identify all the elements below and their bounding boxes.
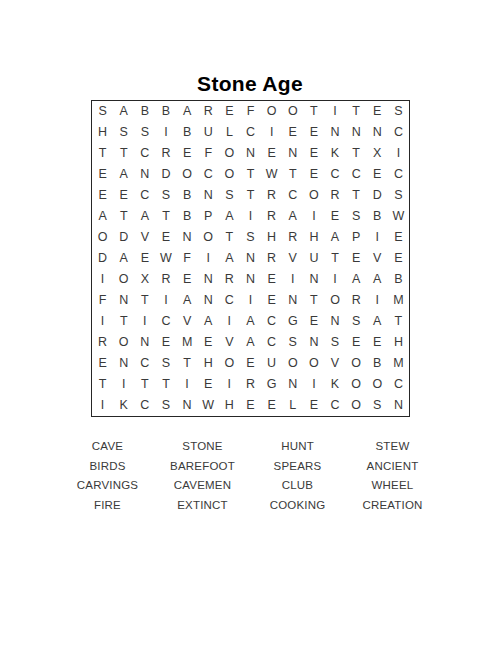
grid-cell-r7c6: O bbox=[198, 227, 219, 248]
grid-cell-r2c1: H bbox=[92, 122, 113, 143]
grid-cell-r13c9: U bbox=[261, 353, 282, 374]
grid-cell-r4c15: C bbox=[388, 164, 409, 185]
grid-cell-r14c15: C bbox=[388, 374, 409, 395]
grid-cell-r1c2: A bbox=[113, 101, 134, 122]
grid-cell-r11c4: C bbox=[155, 311, 176, 332]
grid-cell-r3c8: N bbox=[240, 143, 261, 164]
grid-cell-r9c6: N bbox=[198, 269, 219, 290]
word-item: BIRDS bbox=[60, 457, 155, 477]
grid-cell-r9c15: B bbox=[388, 269, 409, 290]
grid-cell-r3c11: E bbox=[303, 143, 324, 164]
grid-cell-r9c7: R bbox=[219, 269, 240, 290]
word-item: BAREFOOT bbox=[155, 457, 250, 477]
grid-cell-r3c4: R bbox=[155, 143, 176, 164]
grid-cell-r1c7: E bbox=[219, 101, 240, 122]
grid-cell-r15c4: S bbox=[155, 395, 176, 416]
grid-cell-r5c1: E bbox=[92, 185, 113, 206]
grid-cell-r5c8: T bbox=[240, 185, 261, 206]
grid-cell-r5c11: O bbox=[303, 185, 324, 206]
grid-cell-r9c12: I bbox=[324, 269, 345, 290]
grid-cell-r2c10: E bbox=[282, 122, 303, 143]
grid-cell-r13c1: E bbox=[92, 353, 113, 374]
grid-cell-r9c4: R bbox=[155, 269, 176, 290]
grid-cell-r5c7: S bbox=[219, 185, 240, 206]
grid-cell-r8c12: T bbox=[324, 248, 345, 269]
grid-cell-r15c5: N bbox=[177, 395, 198, 416]
grid-cell-r14c1: T bbox=[92, 374, 113, 395]
grid-cell-r7c2: D bbox=[113, 227, 134, 248]
word-item: CARVINGS bbox=[60, 476, 155, 496]
grid-cell-r14c5: I bbox=[177, 374, 198, 395]
grid-cell-r4c13: C bbox=[346, 164, 367, 185]
grid-cell-r8c2: A bbox=[113, 248, 134, 269]
grid-cell-r10c8: I bbox=[240, 290, 261, 311]
grid-cell-r12c5: M bbox=[177, 332, 198, 353]
grid-cell-r10c9: E bbox=[261, 290, 282, 311]
grid-cell-r13c7: O bbox=[219, 353, 240, 374]
grid-cell-r15c1: I bbox=[92, 395, 113, 416]
wordsearch-grid: SABBAREFOOTITESHSSIBULCIEENNNCTTCREFONEN… bbox=[91, 100, 410, 417]
grid-cell-r1c10: O bbox=[282, 101, 303, 122]
word-list-column-4: STEWANCIENTWHEELCREATION bbox=[345, 437, 440, 515]
grid-cell-r14c3: T bbox=[134, 374, 155, 395]
grid-cell-r13c2: N bbox=[113, 353, 134, 374]
grid-cell-r10c11: T bbox=[303, 290, 324, 311]
grid-cell-r8c6: I bbox=[198, 248, 219, 269]
grid-cell-r10c15: M bbox=[388, 290, 409, 311]
grid-cell-r11c10: G bbox=[282, 311, 303, 332]
grid-cell-r13c14: B bbox=[367, 353, 388, 374]
grid-cell-r13c4: S bbox=[155, 353, 176, 374]
grid-cell-r8c15: E bbox=[388, 248, 409, 269]
grid-cell-r12c9: C bbox=[261, 332, 282, 353]
grid-cell-r2c6: U bbox=[198, 122, 219, 143]
grid-cell-r13c8: E bbox=[240, 353, 261, 374]
grid-cell-r2c8: C bbox=[240, 122, 261, 143]
grid-cell-r5c10: C bbox=[282, 185, 303, 206]
grid-cell-r15c15: N bbox=[388, 395, 409, 416]
grid-cell-r2c11: E bbox=[303, 122, 324, 143]
grid-cell-r7c11: H bbox=[303, 227, 324, 248]
grid-cell-r12c1: R bbox=[92, 332, 113, 353]
grid-cell-r12c13: E bbox=[346, 332, 367, 353]
grid-cell-r14c8: R bbox=[240, 374, 261, 395]
grid-cell-r12c11: N bbox=[303, 332, 324, 353]
grid-cell-r7c3: V bbox=[134, 227, 155, 248]
grid-cell-r8c14: V bbox=[367, 248, 388, 269]
grid-cell-r12c15: H bbox=[388, 332, 409, 353]
grid-cell-r6c11: I bbox=[303, 206, 324, 227]
grid-cell-r4c12: C bbox=[324, 164, 345, 185]
grid-cell-r15c11: E bbox=[303, 395, 324, 416]
grid-cell-r13c13: O bbox=[346, 353, 367, 374]
word-item: COOKING bbox=[250, 496, 345, 516]
grid-cell-r11c7: I bbox=[219, 311, 240, 332]
grid-cell-r13c15: M bbox=[388, 353, 409, 374]
word-item: CLUB bbox=[250, 476, 345, 496]
grid-cell-r4c8: T bbox=[240, 164, 261, 185]
grid-cell-r14c2: I bbox=[113, 374, 134, 395]
grid-cell-r8c3: E bbox=[134, 248, 155, 269]
grid-cell-r11c6: A bbox=[198, 311, 219, 332]
grid-cell-r9c5: E bbox=[177, 269, 198, 290]
grid-cell-r3c15: I bbox=[388, 143, 409, 164]
word-item: HUNT bbox=[250, 437, 345, 457]
grid-cell-r2c7: L bbox=[219, 122, 240, 143]
grid-cell-r7c15: E bbox=[388, 227, 409, 248]
grid-cell-r13c3: C bbox=[134, 353, 155, 374]
grid-cell-r6c13: S bbox=[346, 206, 367, 227]
grid-cell-r11c5: V bbox=[177, 311, 198, 332]
grid-cell-r10c12: O bbox=[324, 290, 345, 311]
grid-cell-r2c14: N bbox=[367, 122, 388, 143]
grid-cell-r3c14: X bbox=[367, 143, 388, 164]
grid-cell-r14c4: T bbox=[155, 374, 176, 395]
grid-cell-r8c7: A bbox=[219, 248, 240, 269]
grid-cell-r10c1: F bbox=[92, 290, 113, 311]
grid-cell-r14c14: O bbox=[367, 374, 388, 395]
grid-cell-r6c9: R bbox=[261, 206, 282, 227]
grid-cell-r8c9: R bbox=[261, 248, 282, 269]
grid-cell-r2c3: S bbox=[134, 122, 155, 143]
grid-cell-r1c14: E bbox=[367, 101, 388, 122]
word-item: WHEEL bbox=[345, 476, 440, 496]
grid-cell-r12c7: V bbox=[219, 332, 240, 353]
grid-cell-r6c2: T bbox=[113, 206, 134, 227]
word-item: EXTINCT bbox=[155, 496, 250, 516]
grid-cell-r6c4: T bbox=[155, 206, 176, 227]
grid-cell-r2c13: N bbox=[346, 122, 367, 143]
grid-cell-r15c14: S bbox=[367, 395, 388, 416]
grid-cell-r12c4: E bbox=[155, 332, 176, 353]
grid-cell-r5c4: S bbox=[155, 185, 176, 206]
grid-cell-r4c6: C bbox=[198, 164, 219, 185]
grid-cell-r7c9: H bbox=[261, 227, 282, 248]
grid-cell-r9c10: I bbox=[282, 269, 303, 290]
grid-cell-r11c14: A bbox=[367, 311, 388, 332]
grid-cell-r1c11: T bbox=[303, 101, 324, 122]
grid-cell-r14c12: K bbox=[324, 374, 345, 395]
grid-cell-r4c1: E bbox=[92, 164, 113, 185]
grid-cell-r3c1: T bbox=[92, 143, 113, 164]
grid-cell-r9c3: X bbox=[134, 269, 155, 290]
grid-cell-r7c1: O bbox=[92, 227, 113, 248]
grid-cell-r3c9: E bbox=[261, 143, 282, 164]
grid-cell-r12c12: S bbox=[324, 332, 345, 353]
grid-cell-r12c8: A bbox=[240, 332, 261, 353]
grid-cell-r13c6: H bbox=[198, 353, 219, 374]
grid-cell-r1c15: S bbox=[388, 101, 409, 122]
grid-cell-r2c9: I bbox=[261, 122, 282, 143]
grid-cell-r11c2: T bbox=[113, 311, 134, 332]
grid-cell-r14c11: I bbox=[303, 374, 324, 395]
grid-cell-r4c10: T bbox=[282, 164, 303, 185]
grid-cell-r8c8: N bbox=[240, 248, 261, 269]
grid-cell-r7c12: A bbox=[324, 227, 345, 248]
grid-cell-r5c3: C bbox=[134, 185, 155, 206]
grid-cell-r10c7: C bbox=[219, 290, 240, 311]
grid-cell-r15c9: E bbox=[261, 395, 282, 416]
puzzle-title: Stone Age bbox=[0, 72, 500, 96]
grid-cell-r10c10: N bbox=[282, 290, 303, 311]
grid-cell-r1c9: O bbox=[261, 101, 282, 122]
grid-cell-r7c8: S bbox=[240, 227, 261, 248]
word-list-column-2: STONEBAREFOOTCAVEMENEXTINCT bbox=[155, 437, 250, 515]
grid-cell-r3c12: K bbox=[324, 143, 345, 164]
grid-cell-r6c12: E bbox=[324, 206, 345, 227]
grid-cell-r6c10: A bbox=[282, 206, 303, 227]
grid-cell-r5c5: B bbox=[177, 185, 198, 206]
grid-cell-r6c7: A bbox=[219, 206, 240, 227]
grid-cell-r4c5: O bbox=[177, 164, 198, 185]
grid-cell-r10c14: I bbox=[367, 290, 388, 311]
grid-cell-r15c3: C bbox=[134, 395, 155, 416]
grid-cell-r13c11: O bbox=[303, 353, 324, 374]
grid-cell-r1c3: B bbox=[134, 101, 155, 122]
grid-cell-r11c3: I bbox=[134, 311, 155, 332]
grid-cell-r6c1: A bbox=[92, 206, 113, 227]
grid-cell-r7c7: T bbox=[219, 227, 240, 248]
grid-cell-r9c13: A bbox=[346, 269, 367, 290]
grid-cell-r12c10: S bbox=[282, 332, 303, 353]
grid-cell-r15c12: C bbox=[324, 395, 345, 416]
grid-cell-r12c2: O bbox=[113, 332, 134, 353]
grid-cell-r6c6: P bbox=[198, 206, 219, 227]
grid-cell-r15c6: W bbox=[198, 395, 219, 416]
grid-cell-r4c3: N bbox=[134, 164, 155, 185]
grid-cell-r2c4: I bbox=[155, 122, 176, 143]
word-item: FIRE bbox=[60, 496, 155, 516]
grid-cell-r8c13: E bbox=[346, 248, 367, 269]
grid-cell-r4c11: E bbox=[303, 164, 324, 185]
grid-cell-r5c14: D bbox=[367, 185, 388, 206]
grid-cell-r14c7: I bbox=[219, 374, 240, 395]
grid-cell-r8c1: D bbox=[92, 248, 113, 269]
grid-cell-r10c5: A bbox=[177, 290, 198, 311]
grid-cell-r13c10: O bbox=[282, 353, 303, 374]
word-list-column-3: HUNTSPEARSCLUBCOOKING bbox=[250, 437, 345, 515]
grid-cell-r15c2: K bbox=[113, 395, 134, 416]
word-item: STEW bbox=[345, 437, 440, 457]
grid-cell-r8c4: W bbox=[155, 248, 176, 269]
grid-cell-r10c3: T bbox=[134, 290, 155, 311]
grid-cell-r15c7: H bbox=[219, 395, 240, 416]
grid-cell-r1c6: R bbox=[198, 101, 219, 122]
grid-cell-r8c10: V bbox=[282, 248, 303, 269]
grid-cell-r6c5: B bbox=[177, 206, 198, 227]
grid-cell-r11c13: S bbox=[346, 311, 367, 332]
grid-cell-r15c13: O bbox=[346, 395, 367, 416]
grid-cell-r2c2: S bbox=[113, 122, 134, 143]
grid-cell-r1c4: B bbox=[155, 101, 176, 122]
grid-cell-r10c2: N bbox=[113, 290, 134, 311]
grid-cell-r11c9: C bbox=[261, 311, 282, 332]
grid-cell-r14c10: N bbox=[282, 374, 303, 395]
grid-cell-r13c5: T bbox=[177, 353, 198, 374]
grid-cell-r5c2: E bbox=[113, 185, 134, 206]
grid-cell-r11c15: T bbox=[388, 311, 409, 332]
grid-cell-r6c3: A bbox=[134, 206, 155, 227]
grid-cell-r5c6: N bbox=[198, 185, 219, 206]
word-item: CAVE bbox=[60, 437, 155, 457]
grid-cell-r7c14: I bbox=[367, 227, 388, 248]
grid-cell-r9c1: I bbox=[92, 269, 113, 290]
grid-cell-r9c8: N bbox=[240, 269, 261, 290]
word-item: ANCIENT bbox=[345, 457, 440, 477]
grid-cell-r14c13: O bbox=[346, 374, 367, 395]
grid-cell-r3c5: E bbox=[177, 143, 198, 164]
grid-cell-r11c1: I bbox=[92, 311, 113, 332]
grid-cell-r14c6: E bbox=[198, 374, 219, 395]
grid-cell-r2c12: N bbox=[324, 122, 345, 143]
grid-cell-r9c11: N bbox=[303, 269, 324, 290]
word-item: SPEARS bbox=[250, 457, 345, 477]
grid-cell-r13c12: V bbox=[324, 353, 345, 374]
grid-cell-r6c8: I bbox=[240, 206, 261, 227]
grid-cell-r6c15: W bbox=[388, 206, 409, 227]
grid-cell-r4c14: E bbox=[367, 164, 388, 185]
grid-cell-r3c13: T bbox=[346, 143, 367, 164]
grid-cell-r5c9: R bbox=[261, 185, 282, 206]
grid-cell-r4c9: W bbox=[261, 164, 282, 185]
grid-cell-r15c8: E bbox=[240, 395, 261, 416]
grid-cell-r1c12: I bbox=[324, 101, 345, 122]
puzzle-page: Stone Age SABBAREFOOTITESHSSIBULCIEENNNC… bbox=[0, 0, 500, 647]
grid-cell-r3c10: N bbox=[282, 143, 303, 164]
grid-cell-r4c7: O bbox=[219, 164, 240, 185]
grid-cell-r10c4: I bbox=[155, 290, 176, 311]
grid-cell-r12c14: E bbox=[367, 332, 388, 353]
grid-cell-r3c2: T bbox=[113, 143, 134, 164]
grid-cell-r7c4: E bbox=[155, 227, 176, 248]
word-item: STONE bbox=[155, 437, 250, 457]
grid-cell-r1c5: A bbox=[177, 101, 198, 122]
grid-cell-r9c2: O bbox=[113, 269, 134, 290]
grid-cell-r8c11: U bbox=[303, 248, 324, 269]
grid-cell-r9c9: E bbox=[261, 269, 282, 290]
grid-cell-r11c8: A bbox=[240, 311, 261, 332]
grid-cell-r2c15: C bbox=[388, 122, 409, 143]
grid-cell-r4c4: D bbox=[155, 164, 176, 185]
grid-cell-r10c6: N bbox=[198, 290, 219, 311]
grid-cell-r7c10: R bbox=[282, 227, 303, 248]
grid-cell-r15c10: L bbox=[282, 395, 303, 416]
grid-cell-r4c2: A bbox=[113, 164, 134, 185]
grid-cell-r3c3: C bbox=[134, 143, 155, 164]
grid-cell-r3c7: O bbox=[219, 143, 240, 164]
grid-cell-r1c13: T bbox=[346, 101, 367, 122]
grid-cell-r7c13: P bbox=[346, 227, 367, 248]
grid-cell-r2c5: B bbox=[177, 122, 198, 143]
grid-cell-r5c12: R bbox=[324, 185, 345, 206]
grid-cell-r1c1: S bbox=[92, 101, 113, 122]
grid-cell-r12c3: N bbox=[134, 332, 155, 353]
word-item: CREATION bbox=[345, 496, 440, 516]
grid-cell-r12c6: E bbox=[198, 332, 219, 353]
grid-cell-r14c9: G bbox=[261, 374, 282, 395]
grid-cell-r11c11: E bbox=[303, 311, 324, 332]
word-list-column-1: CAVEBIRDSCARVINGSFIRE bbox=[60, 437, 155, 515]
grid-cell-r1c8: F bbox=[240, 101, 261, 122]
grid-cell-r9c14: A bbox=[367, 269, 388, 290]
grid-cell-r5c15: S bbox=[388, 185, 409, 206]
grid-cell-r6c14: B bbox=[367, 206, 388, 227]
grid-cell-r7c5: N bbox=[177, 227, 198, 248]
grid-cell-r3c6: F bbox=[198, 143, 219, 164]
word-list: CAVEBIRDSCARVINGSFIRESTONEBAREFOOTCAVEME… bbox=[60, 437, 440, 515]
grid-cell-r10c13: R bbox=[346, 290, 367, 311]
grid-cell-r8c5: F bbox=[177, 248, 198, 269]
word-item: CAVEMEN bbox=[155, 476, 250, 496]
grid-cell-r11c12: N bbox=[324, 311, 345, 332]
grid-cell-r5c13: T bbox=[346, 185, 367, 206]
